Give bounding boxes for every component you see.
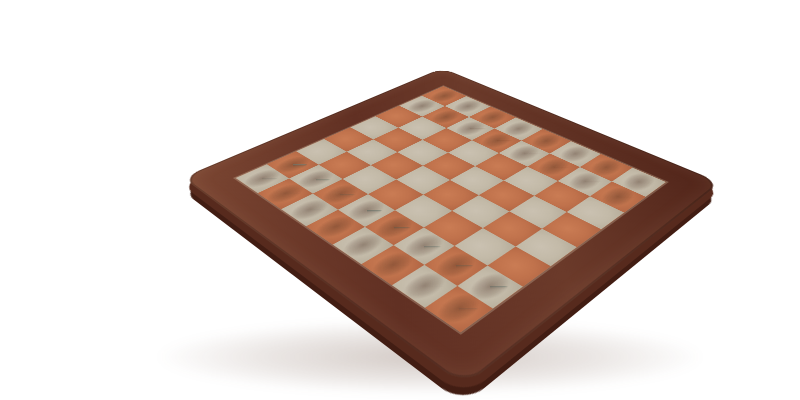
board-playing-area: ♜♞♝♛♚♝♞♜♟♟♟♟♟♟♟♟♟♟♟♟♟♟♟♟♜♞♝♛♚♝♞♜ xyxy=(236,86,666,332)
white-rook-glyph: ♜ xyxy=(431,253,488,316)
black-pawn-glyph: ♟ xyxy=(593,147,643,203)
chess-set-photo-scene: ♜♞♝♛♚♝♞♜♟♟♟♟♟♟♟♟♟♟♟♟♟♟♟♟♜♞♝♛♚♝♞♜ xyxy=(0,0,800,400)
piece-layer: ♜♞♝♛♚♝♞♜♟♟♟♟♟♟♟♟♟♟♟♟♟♟♟♟♜♞♝♛♚♝♞♜ xyxy=(236,86,666,332)
